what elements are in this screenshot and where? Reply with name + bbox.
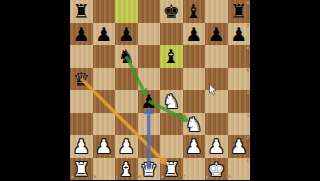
square-a4[interactable] bbox=[70, 90, 93, 113]
black-pawn-a7[interactable]: ♟ bbox=[70, 23, 93, 46]
square-b5[interactable] bbox=[93, 68, 116, 91]
file-label-h: h bbox=[229, 175, 232, 179]
black-bishop-f8[interactable]: ♝ bbox=[183, 0, 206, 23]
square-h6[interactable]: 6 bbox=[228, 45, 251, 68]
square-b8[interactable] bbox=[93, 0, 116, 23]
square-e4[interactable]: ♞ bbox=[160, 90, 183, 113]
square-f6[interactable] bbox=[183, 45, 206, 68]
rank-label-3: 3 bbox=[246, 114, 249, 118]
rank-label-5: 5 bbox=[246, 69, 249, 73]
square-a5[interactable]: ♛ bbox=[70, 68, 93, 91]
square-g2[interactable]: ♟ bbox=[205, 135, 228, 158]
white-queen-d1[interactable]: ♛ bbox=[138, 158, 161, 181]
square-h4[interactable]: 4 bbox=[228, 90, 251, 113]
square-g3[interactable] bbox=[205, 113, 228, 136]
square-b1[interactable]: b bbox=[93, 158, 116, 181]
square-d7[interactable] bbox=[138, 23, 161, 46]
white-bishop-c1[interactable]: ♝ bbox=[115, 158, 138, 181]
square-a3[interactable] bbox=[70, 113, 93, 136]
square-c1[interactable]: c♝ bbox=[115, 158, 138, 181]
white-rook-a1[interactable]: ♜ bbox=[70, 158, 93, 181]
square-c4[interactable] bbox=[115, 90, 138, 113]
black-pawn-c7[interactable]: ♟ bbox=[115, 23, 138, 46]
white-pawn-h2[interactable]: ♟ bbox=[228, 135, 251, 158]
white-rook-e1[interactable]: ♜ bbox=[160, 158, 183, 181]
square-e7[interactable] bbox=[160, 23, 183, 46]
square-g5[interactable] bbox=[205, 68, 228, 91]
square-e5[interactable] bbox=[160, 68, 183, 91]
square-f4[interactable] bbox=[183, 90, 206, 113]
square-d4[interactable]: ♟ bbox=[138, 90, 161, 113]
square-h3[interactable]: 3 bbox=[228, 113, 251, 136]
square-h5[interactable]: 5 bbox=[228, 68, 251, 91]
rank-label-1: 1 bbox=[246, 159, 249, 163]
white-pawn-a2[interactable]: ♟ bbox=[70, 135, 93, 158]
black-pawn-g7[interactable]: ♟ bbox=[205, 23, 228, 46]
square-g8[interactable] bbox=[205, 0, 228, 23]
square-g7[interactable]: ♟ bbox=[205, 23, 228, 46]
chess-board[interactable]: ♜♚♝8♜♟♟♟♟♟7♟♞♝6♛5♟♞4♞3♟♟♟♟♟2♟a♜bc♝d♛e♜fg… bbox=[70, 0, 250, 180]
square-a2[interactable]: ♟ bbox=[70, 135, 93, 158]
square-h1[interactable]: 1h bbox=[228, 158, 251, 181]
square-e8[interactable]: ♚ bbox=[160, 0, 183, 23]
black-rook-h8[interactable]: ♜ bbox=[228, 0, 251, 23]
square-c3[interactable] bbox=[115, 113, 138, 136]
square-g6[interactable] bbox=[205, 45, 228, 68]
black-queen-a5[interactable]: ♛ bbox=[70, 68, 93, 91]
black-pawn-f7[interactable]: ♟ bbox=[183, 23, 206, 46]
square-b7[interactable]: ♟ bbox=[93, 23, 116, 46]
white-pawn-g2[interactable]: ♟ bbox=[205, 135, 228, 158]
square-d5[interactable] bbox=[138, 68, 161, 91]
square-b2[interactable]: ♟ bbox=[93, 135, 116, 158]
square-b6[interactable] bbox=[93, 45, 116, 68]
square-h2[interactable]: 2♟ bbox=[228, 135, 251, 158]
white-knight-f3[interactable]: ♞ bbox=[183, 113, 206, 136]
square-f1[interactable]: f bbox=[183, 158, 206, 181]
rank-label-6: 6 bbox=[246, 46, 249, 50]
square-e2[interactable] bbox=[160, 135, 183, 158]
square-c8[interactable] bbox=[115, 0, 138, 23]
square-c6[interactable]: ♞ bbox=[115, 45, 138, 68]
square-a1[interactable]: a♜ bbox=[70, 158, 93, 181]
square-e1[interactable]: e♜ bbox=[160, 158, 183, 181]
black-king-e8[interactable]: ♚ bbox=[160, 0, 183, 23]
square-d6[interactable] bbox=[138, 45, 161, 68]
square-d2[interactable] bbox=[138, 135, 161, 158]
square-d1[interactable]: d♛ bbox=[138, 158, 161, 181]
square-e6[interactable]: ♝ bbox=[160, 45, 183, 68]
file-label-f: f bbox=[184, 175, 185, 179]
square-d8[interactable] bbox=[138, 0, 161, 23]
white-pawn-b2[interactable]: ♟ bbox=[93, 135, 116, 158]
square-b4[interactable] bbox=[93, 90, 116, 113]
square-a6[interactable] bbox=[70, 45, 93, 68]
square-f2[interactable]: ♟ bbox=[183, 135, 206, 158]
background: ♜♚♝8♜♟♟♟♟♟7♟♞♝6♛5♟♞4♞3♟♟♟♟♟2♟a♜bc♝d♛e♜fg… bbox=[0, 0, 320, 180]
rank-label-4: 4 bbox=[246, 91, 249, 95]
white-pawn-c2[interactable]: ♟ bbox=[115, 135, 138, 158]
square-h7[interactable]: 7♟ bbox=[228, 23, 251, 46]
square-g4[interactable] bbox=[205, 90, 228, 113]
white-pawn-f2[interactable]: ♟ bbox=[183, 135, 206, 158]
square-f7[interactable]: ♟ bbox=[183, 23, 206, 46]
black-bishop-e6[interactable]: ♝ bbox=[160, 45, 183, 68]
square-d3[interactable] bbox=[138, 113, 161, 136]
white-king-g1[interactable]: ♚ bbox=[205, 158, 228, 181]
square-c7[interactable]: ♟ bbox=[115, 23, 138, 46]
square-a7[interactable]: ♟ bbox=[70, 23, 93, 46]
square-a8[interactable]: ♜ bbox=[70, 0, 93, 23]
square-g1[interactable]: g♚ bbox=[205, 158, 228, 181]
square-f3[interactable]: ♞ bbox=[183, 113, 206, 136]
square-f8[interactable]: ♝ bbox=[183, 0, 206, 23]
file-label-b: b bbox=[94, 175, 97, 179]
square-h8[interactable]: 8♜ bbox=[228, 0, 251, 23]
black-pawn-d4[interactable]: ♟ bbox=[138, 90, 161, 113]
black-pawn-h7[interactable]: ♟ bbox=[228, 23, 251, 46]
square-c2[interactable]: ♟ bbox=[115, 135, 138, 158]
square-f5[interactable] bbox=[183, 68, 206, 91]
white-knight-e4[interactable]: ♞ bbox=[160, 90, 183, 113]
black-pawn-b7[interactable]: ♟ bbox=[93, 23, 116, 46]
black-rook-a8[interactable]: ♜ bbox=[70, 0, 93, 23]
square-e3[interactable] bbox=[160, 113, 183, 136]
square-b3[interactable] bbox=[93, 113, 116, 136]
black-knight-c6[interactable]: ♞ bbox=[115, 45, 138, 68]
square-c5[interactable] bbox=[115, 68, 138, 91]
